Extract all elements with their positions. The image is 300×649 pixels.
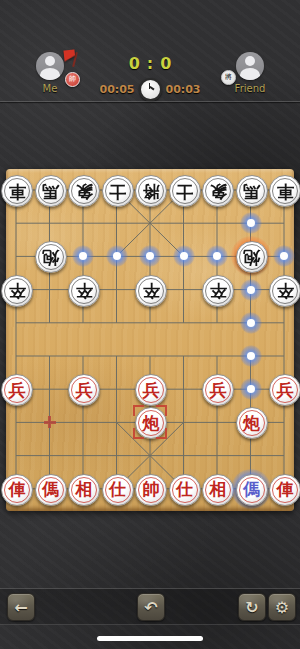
score-separator: : [147, 54, 153, 73]
black-piece-象[interactable]: 象 [202, 175, 234, 207]
avatar-head [245, 56, 255, 66]
clock-icon [139, 78, 162, 101]
score-me: 0 [129, 54, 140, 73]
move-hint-dot[interactable] [173, 245, 195, 267]
app-screen: 帥 Me 0:0 00:05 00:03 將 Friend 車馬象士將士象馬車炮… [0, 0, 300, 649]
black-piece-士[interactable]: 士 [102, 175, 134, 207]
black-piece-象[interactable]: 象 [68, 175, 100, 207]
black-piece-將[interactable]: 將 [135, 175, 167, 207]
red-piece-仕[interactable]: 仕 [102, 474, 134, 506]
red-piece-帥[interactable]: 帥 [135, 474, 167, 506]
score-friend: 0 [160, 54, 171, 73]
rotate-icon: ↻ [245, 598, 258, 617]
timers-row: 00:05 00:03 [85, 78, 215, 101]
red-piece-相[interactable]: 相 [202, 474, 234, 506]
first-move-flag-icon [64, 50, 78, 68]
red-piece-炮[interactable]: 炮 [236, 407, 268, 439]
settings-button[interactable]: ⚙ [268, 593, 296, 621]
undo-button[interactable]: ↶ [137, 593, 165, 621]
move-hint-dot[interactable] [240, 312, 262, 334]
black-piece-士[interactable]: 士 [169, 175, 201, 207]
black-piece-馬[interactable]: 馬 [236, 175, 268, 207]
move-hint-dot[interactable] [240, 378, 262, 400]
red-piece-傌[interactable]: 傌 [236, 474, 268, 506]
black-piece-卒[interactable]: 卒 [135, 275, 167, 307]
back-icon: ← [14, 598, 27, 617]
black-piece-車[interactable]: 車 [269, 175, 300, 207]
avatar-me[interactable] [36, 52, 64, 80]
timer-me: 00:05 [99, 83, 134, 96]
bottom-toolbar: ← ↶ ↻ ⚙ [0, 588, 300, 625]
move-hint-dot[interactable] [240, 345, 262, 367]
avatar-torso [40, 68, 60, 80]
avatar-head [45, 56, 55, 66]
last-move-from-marker [44, 416, 56, 428]
red-piece-俥[interactable]: 俥 [1, 474, 33, 506]
rotate-button[interactable]: ↻ [238, 593, 266, 621]
avatar-torso [240, 68, 260, 80]
back-button[interactable]: ← [7, 593, 35, 621]
black-piece-車[interactable]: 車 [1, 175, 33, 207]
red-piece-俥[interactable]: 俥 [269, 474, 300, 506]
black-piece-馬[interactable]: 馬 [35, 175, 67, 207]
black-piece-卒[interactable]: 卒 [202, 275, 234, 307]
last-move-to-marker [133, 405, 167, 439]
xiangqi-board[interactable]: 車馬象士將士象馬車炮炮卒卒卒卒卒兵兵兵兵兵炮炮俥傌相仕帥仕相傌俥 [6, 169, 294, 511]
player-name-friend: Friend [220, 83, 280, 94]
player-name-me: Me [30, 83, 70, 94]
avatar-friend[interactable] [236, 52, 264, 80]
undo-icon: ↶ [144, 598, 157, 617]
gear-icon: ⚙ [275, 598, 289, 617]
move-hint-dot[interactable] [240, 279, 262, 301]
move-hint-dot[interactable] [240, 212, 262, 234]
black-piece-卒[interactable]: 卒 [1, 275, 33, 307]
red-piece-兵[interactable]: 兵 [202, 374, 234, 406]
red-piece-傌[interactable]: 傌 [35, 474, 67, 506]
black-piece-炮[interactable]: 炮 [35, 241, 67, 273]
red-piece-兵[interactable]: 兵 [68, 374, 100, 406]
red-piece-兵[interactable]: 兵 [1, 374, 33, 406]
timer-friend: 00:03 [166, 83, 201, 96]
black-piece-卒[interactable]: 卒 [68, 275, 100, 307]
home-indicator[interactable] [97, 636, 203, 641]
move-hint-dot[interactable] [106, 245, 128, 267]
score-display: 0:0 [110, 54, 190, 73]
red-piece-兵[interactable]: 兵 [269, 374, 300, 406]
header-divider [0, 101, 300, 102]
red-piece-相[interactable]: 相 [68, 474, 100, 506]
red-piece-仕[interactable]: 仕 [169, 474, 201, 506]
red-piece-兵[interactable]: 兵 [135, 374, 167, 406]
black-piece-炮[interactable]: 炮 [236, 241, 268, 273]
black-piece-卒[interactable]: 卒 [269, 275, 300, 307]
